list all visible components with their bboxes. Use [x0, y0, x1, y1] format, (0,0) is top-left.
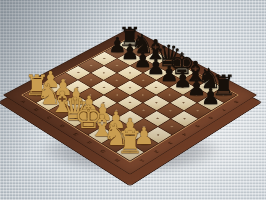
- file-label: A: [20, 100, 27, 104]
- square-d1: [62, 111, 88, 126]
- square-b1: [36, 95, 62, 110]
- square-f5: [144, 95, 170, 110]
- square-g2: [117, 127, 143, 143]
- square-h2: [131, 136, 158, 152]
- square-f4: [131, 103, 157, 118]
- chessboard: ABCDEFGH 12345678: [3, 28, 258, 175]
- square-f3: [117, 111, 143, 126]
- rank-label: 1: [139, 158, 146, 162]
- square-g4: [144, 111, 170, 126]
- square-d2: [76, 103, 102, 118]
- square-e4: [117, 95, 143, 110]
- square-h7: [198, 95, 224, 110]
- square-g5: [158, 103, 184, 118]
- file-label: H: [113, 158, 121, 163]
- file-label: D: [59, 124, 67, 129]
- square-f1: [89, 127, 115, 143]
- rank-labels: 12345678: [131, 95, 248, 167]
- square-g1: [103, 136, 130, 152]
- rank-label: 4: [181, 132, 188, 136]
- rank-label: 6: [208, 116, 215, 120]
- board-frame: ABCDEFGH 12345678: [3, 28, 258, 175]
- rank-label: 5: [194, 124, 201, 128]
- square-h3: [145, 127, 171, 143]
- square-e1: [75, 119, 101, 135]
- rank-label: 3: [167, 141, 174, 145]
- square-e2: [90, 111, 116, 126]
- file-label: C: [45, 116, 53, 120]
- square-g6: [171, 95, 197, 110]
- square-c1: [49, 103, 75, 118]
- square-e3: [104, 103, 130, 118]
- square-h5: [172, 111, 198, 126]
- square-c2: [63, 95, 89, 110]
- file-labels: ABCDEFGH: [13, 95, 130, 167]
- square-d3: [90, 95, 116, 110]
- square-h6: [185, 103, 211, 118]
- square-h1: [116, 144, 143, 161]
- rank-label: 2: [153, 149, 160, 153]
- square-f2: [103, 119, 129, 135]
- rank-label: 7: [220, 108, 227, 112]
- board-perspective: ABCDEFGH 12345678: [0, 0, 266, 200]
- file-label: F: [85, 140, 92, 144]
- square-g3: [131, 119, 157, 135]
- rank-label: 8: [233, 100, 240, 104]
- photo-scene: ABCDEFGH 12345678 ♜♞♝♛♚♝♞♜♟♟♟♟♟♟♟♟♟♟♟♟♟♟…: [0, 0, 266, 200]
- file-label: E: [72, 132, 79, 136]
- square-h4: [158, 119, 184, 135]
- board-squares: [23, 38, 238, 162]
- file-label: G: [99, 149, 107, 154]
- file-label: B: [32, 108, 40, 112]
